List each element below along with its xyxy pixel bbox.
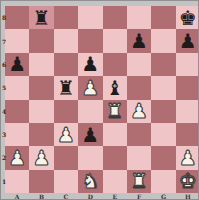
square-e7[interactable] bbox=[103, 29, 127, 52]
square-f2[interactable] bbox=[127, 146, 151, 169]
square-c5[interactable]: ♜ bbox=[54, 76, 78, 99]
square-e5[interactable]: ♝ bbox=[103, 76, 127, 99]
rank-label-8: 8 bbox=[2, 6, 10, 29]
square-c6[interactable] bbox=[54, 53, 78, 76]
piece-black-pawn-h7[interactable]: ♟ bbox=[179, 31, 197, 51]
square-g1[interactable] bbox=[151, 170, 175, 193]
square-d7[interactable] bbox=[78, 29, 102, 52]
square-c3[interactable]: ♟ bbox=[54, 123, 78, 146]
square-g7[interactable] bbox=[151, 29, 175, 52]
square-d3[interactable]: ♟ bbox=[78, 123, 102, 146]
file-label-e: E bbox=[103, 192, 127, 200]
file-label-c: C bbox=[54, 192, 78, 200]
square-b6[interactable] bbox=[29, 53, 53, 76]
piece-white-pawn-f4[interactable]: ♟ bbox=[130, 101, 148, 121]
rank-label-2: 2 bbox=[2, 146, 10, 169]
piece-white-rook-e4[interactable]: ♜ bbox=[106, 101, 124, 121]
square-e6[interactable] bbox=[103, 53, 127, 76]
file-label-a: A bbox=[5, 192, 29, 200]
rank-label-7: 7 bbox=[2, 29, 10, 52]
square-f8[interactable] bbox=[127, 6, 151, 29]
piece-black-pawn-d3[interactable]: ♟ bbox=[81, 124, 99, 144]
piece-black-rook-c5[interactable]: ♜ bbox=[57, 77, 75, 97]
square-f3[interactable] bbox=[127, 123, 151, 146]
piece-white-pawn-a2[interactable]: ♟ bbox=[8, 147, 26, 167]
square-c8[interactable] bbox=[54, 6, 78, 29]
file-label-g: G bbox=[151, 192, 175, 200]
chess-board-frame: ♜♚♟♟♟♟♜♟♝♜♟♟♟♟♟♟♞♜♚ 87654321 ABCDEFGH bbox=[0, 0, 199, 200]
file-labels: ABCDEFGH bbox=[5, 192, 199, 200]
square-f4[interactable]: ♟ bbox=[127, 100, 151, 123]
square-e8[interactable] bbox=[103, 6, 127, 29]
square-d5[interactable]: ♟ bbox=[78, 76, 102, 99]
square-g6[interactable] bbox=[151, 53, 175, 76]
square-h6[interactable] bbox=[176, 53, 199, 76]
square-h2[interactable]: ♟ bbox=[176, 146, 199, 169]
rank-label-4: 4 bbox=[2, 100, 10, 123]
square-h3[interactable] bbox=[176, 123, 199, 146]
rank-label-1: 1 bbox=[2, 170, 10, 193]
rank-label-3: 3 bbox=[2, 123, 10, 146]
square-h8[interactable]: ♚ bbox=[176, 6, 199, 29]
rank-label-6: 6 bbox=[2, 53, 10, 76]
square-c2[interactable] bbox=[54, 146, 78, 169]
rank-label-5: 5 bbox=[2, 76, 10, 99]
square-b8[interactable]: ♜ bbox=[29, 6, 53, 29]
square-h5[interactable] bbox=[176, 76, 199, 99]
square-b7[interactable] bbox=[29, 29, 53, 52]
file-label-b: B bbox=[29, 192, 53, 200]
square-b1[interactable] bbox=[29, 170, 53, 193]
file-label-h: H bbox=[176, 192, 199, 200]
square-f1[interactable]: ♜ bbox=[127, 170, 151, 193]
rank-labels: 87654321 bbox=[2, 6, 10, 193]
square-f7[interactable]: ♟ bbox=[127, 29, 151, 52]
square-g5[interactable] bbox=[151, 76, 175, 99]
square-c7[interactable] bbox=[54, 29, 78, 52]
piece-white-king-h1[interactable]: ♚ bbox=[179, 171, 197, 191]
square-d4[interactable] bbox=[78, 100, 102, 123]
square-e2[interactable] bbox=[103, 146, 127, 169]
square-d1[interactable]: ♞ bbox=[78, 170, 102, 193]
square-g4[interactable] bbox=[151, 100, 175, 123]
square-h4[interactable] bbox=[176, 100, 199, 123]
file-label-f: F bbox=[127, 192, 151, 200]
square-f6[interactable] bbox=[127, 53, 151, 76]
piece-white-knight-d1[interactable]: ♞ bbox=[81, 171, 99, 191]
square-c4[interactable] bbox=[54, 100, 78, 123]
chess-board: ♜♚♟♟♟♟♜♟♝♜♟♟♟♟♟♟♞♜♚ bbox=[5, 6, 199, 193]
piece-black-pawn-d6[interactable]: ♟ bbox=[81, 54, 99, 74]
square-h7[interactable]: ♟ bbox=[176, 29, 199, 52]
square-e3[interactable] bbox=[103, 123, 127, 146]
square-b4[interactable] bbox=[29, 100, 53, 123]
square-g3[interactable] bbox=[151, 123, 175, 146]
piece-black-king-h8[interactable]: ♚ bbox=[179, 7, 197, 27]
piece-white-rook-f1[interactable]: ♜ bbox=[130, 171, 148, 191]
file-label-d: D bbox=[78, 192, 102, 200]
piece-black-pawn-a6[interactable]: ♟ bbox=[8, 54, 26, 74]
square-b3[interactable] bbox=[29, 123, 53, 146]
square-f5[interactable] bbox=[127, 76, 151, 99]
square-g2[interactable] bbox=[151, 146, 175, 169]
piece-white-pawn-d5[interactable]: ♟ bbox=[81, 77, 99, 97]
square-g8[interactable] bbox=[151, 6, 175, 29]
square-d8[interactable] bbox=[78, 6, 102, 29]
square-e1[interactable] bbox=[103, 170, 127, 193]
square-d6[interactable]: ♟ bbox=[78, 53, 102, 76]
piece-white-pawn-c3[interactable]: ♟ bbox=[57, 124, 75, 144]
square-h1[interactable]: ♚ bbox=[176, 170, 199, 193]
square-c1[interactable] bbox=[54, 170, 78, 193]
piece-black-rook-b8[interactable]: ♜ bbox=[33, 7, 51, 27]
piece-black-bishop-e5[interactable]: ♝ bbox=[106, 77, 124, 97]
square-e4[interactable]: ♜ bbox=[103, 100, 127, 123]
square-b2[interactable]: ♟ bbox=[29, 146, 53, 169]
square-d2[interactable] bbox=[78, 146, 102, 169]
square-b5[interactable] bbox=[29, 76, 53, 99]
piece-white-pawn-b2[interactable]: ♟ bbox=[33, 147, 51, 167]
piece-white-pawn-h2[interactable]: ♟ bbox=[179, 147, 197, 167]
piece-black-pawn-f7[interactable]: ♟ bbox=[130, 31, 148, 51]
